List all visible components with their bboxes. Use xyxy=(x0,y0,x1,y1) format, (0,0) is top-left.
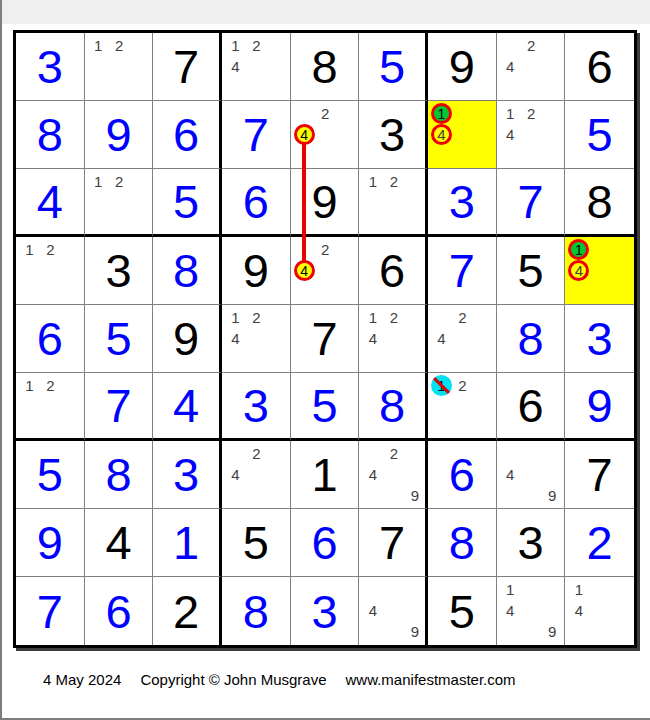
candidates: 12 xyxy=(88,171,151,234)
circled-candidate-1: 1 xyxy=(431,103,452,124)
candidate-1: 1 xyxy=(88,171,109,192)
cell-value: 4 xyxy=(16,169,84,234)
candidate-4: 4 xyxy=(225,56,246,77)
cell-r9c5[interactable]: 3 xyxy=(291,577,360,645)
cell-value: 5 xyxy=(565,101,634,168)
cell-r4c2[interactable]: 3 xyxy=(85,237,154,305)
candidates: 12 xyxy=(88,35,151,98)
cell-value: 2 xyxy=(153,577,219,645)
cell-r9c2[interactable]: 6 xyxy=(85,577,154,645)
candidate-9: 9 xyxy=(542,485,563,506)
cell-r1c6[interactable]: 5 xyxy=(359,33,428,101)
cell-value: 9 xyxy=(565,373,634,438)
cell-r3c4[interactable]: 6 xyxy=(222,169,291,237)
candidate-4: 4 xyxy=(568,600,589,621)
cell-value: 7 xyxy=(291,305,359,372)
cell-r3c8[interactable]: 7 xyxy=(497,169,566,237)
cell-value: 5 xyxy=(359,33,425,100)
cell-r5c7[interactable]: 24 xyxy=(428,305,497,373)
candidate-2: 2 xyxy=(315,103,336,124)
cell-value: 5 xyxy=(153,169,219,234)
cell-r1c3[interactable]: 7 xyxy=(153,33,222,101)
candidate-4: 4 xyxy=(500,600,521,621)
cell-r8c8[interactable]: 3 xyxy=(497,509,566,577)
cell-value: 7 xyxy=(222,101,290,168)
candidate-2: 2 xyxy=(246,443,267,464)
candidate-2: 2 xyxy=(109,171,130,192)
cell-value: 3 xyxy=(565,305,634,372)
cell-value: 8 xyxy=(16,101,84,168)
page-left-edge xyxy=(0,0,2,720)
candidate-4: 4 xyxy=(225,328,246,349)
cell-value: 6 xyxy=(565,33,634,100)
cell-r9c1[interactable]: 7 xyxy=(16,577,85,645)
cell-value: 5 xyxy=(428,577,496,645)
candidate-2: 2 xyxy=(521,103,542,124)
cell-value: 7 xyxy=(359,509,425,576)
cell-value: 8 xyxy=(222,577,290,645)
candidate-4: 4 xyxy=(431,328,452,349)
cell-r9c6[interactable]: 49 xyxy=(359,577,428,645)
cell-value: 8 xyxy=(291,33,359,100)
cell-value: 8 xyxy=(565,169,634,234)
cell-r4c1[interactable]: 12 xyxy=(16,237,85,305)
cell-value: 9 xyxy=(153,305,219,372)
cell-value: 3 xyxy=(85,237,153,304)
cell-value: 9 xyxy=(291,169,359,234)
candidate-2: 2 xyxy=(452,375,473,396)
cell-value: 6 xyxy=(16,305,84,372)
candidate-4: 4 xyxy=(500,464,521,485)
cell-value: 6 xyxy=(359,237,425,304)
candidates: 24 xyxy=(431,307,494,370)
candidate-1: 1 xyxy=(500,103,521,124)
candidate-2: 2 xyxy=(315,239,336,260)
cell-value: 9 xyxy=(222,237,290,304)
sudoku-board: 3127124859246896724341124541256912378123… xyxy=(13,30,637,648)
candidate-4: 4 xyxy=(225,464,246,485)
cell-r1c5[interactable]: 8 xyxy=(291,33,360,101)
cell-r7c4[interactable]: 24 xyxy=(222,441,291,509)
cell-r8c7[interactable]: 8 xyxy=(428,509,497,577)
eliminated-candidate-1: 1 xyxy=(431,375,452,396)
cell-value: 8 xyxy=(153,237,219,304)
cell-value: 6 xyxy=(222,169,290,234)
candidates: 24 xyxy=(500,35,563,98)
candidate-2: 2 xyxy=(246,307,267,328)
cell-value: 3 xyxy=(497,509,565,576)
cell-r4c9[interactable]: 41 xyxy=(565,237,634,305)
cell-r6c2[interactable]: 7 xyxy=(85,373,154,441)
cell-r8c9[interactable]: 2 xyxy=(565,509,634,577)
chain-line xyxy=(302,135,306,271)
cell-r5c6[interactable]: 124 xyxy=(359,305,428,373)
cell-r8c2[interactable]: 4 xyxy=(85,509,154,577)
cell-r3c5[interactable]: 9 xyxy=(291,169,360,237)
candidates: 124 xyxy=(225,35,288,98)
cell-r9c3[interactable]: 2 xyxy=(153,577,222,645)
cell-r8c4[interactable]: 5 xyxy=(222,509,291,577)
candidate-1: 1 xyxy=(225,35,246,56)
circled-candidate-4: 4 xyxy=(294,260,315,281)
cell-r7c6[interactable]: 249 xyxy=(359,441,428,509)
candidates: 124 xyxy=(362,307,425,370)
cell-r3c1[interactable]: 4 xyxy=(16,169,85,237)
cell-r9c9[interactable]: 14 xyxy=(565,577,634,645)
footer: 4 May 2024 Copyright © John Musgrave www… xyxy=(43,671,516,688)
cell-value: 7 xyxy=(153,33,219,100)
cell-r3c7[interactable]: 3 xyxy=(428,169,497,237)
candidate-2: 2 xyxy=(246,35,267,56)
cell-r1c4[interactable]: 124 xyxy=(222,33,291,101)
cell-value: 3 xyxy=(428,169,496,234)
cell-value: 3 xyxy=(291,577,359,645)
cell-r6c9[interactable]: 9 xyxy=(565,373,634,441)
cell-r3c2[interactable]: 12 xyxy=(85,169,154,237)
sudoku-grid: 3127124859246896724341124541256912378123… xyxy=(16,33,634,645)
candidate-2: 2 xyxy=(452,307,473,328)
cell-r5c9[interactable]: 3 xyxy=(565,305,634,373)
cell-r7c7[interactable]: 6 xyxy=(428,441,497,509)
cell-value: 1 xyxy=(291,441,359,508)
cell-value: 5 xyxy=(291,373,359,438)
cell-r1c2[interactable]: 12 xyxy=(85,33,154,101)
candidate-4: 4 xyxy=(362,600,383,621)
candidate-4: 4 xyxy=(362,328,383,349)
cell-r5c2[interactable]: 5 xyxy=(85,305,154,373)
cell-value: 7 xyxy=(565,441,634,508)
cell-value: 6 xyxy=(497,373,565,438)
cell-value: 7 xyxy=(428,237,496,304)
cell-value: 3 xyxy=(153,441,219,508)
cell-r4c3[interactable]: 8 xyxy=(153,237,222,305)
cell-r6c8[interactable]: 6 xyxy=(497,373,566,441)
candidates: 12 xyxy=(362,171,425,234)
cell-r5c5[interactable]: 7 xyxy=(291,305,360,373)
cell-r2c7[interactable]: 41 xyxy=(428,101,497,169)
cell-value: 7 xyxy=(85,373,153,438)
candidates: 49 xyxy=(500,443,563,506)
cell-r3c9[interactable]: 8 xyxy=(565,169,634,237)
cell-r1c7[interactable]: 9 xyxy=(428,33,497,101)
cell-value: 4 xyxy=(85,509,153,576)
cell-value: 4 xyxy=(153,373,219,438)
candidate-1: 1 xyxy=(362,171,383,192)
cell-value: 5 xyxy=(85,305,153,372)
cell-value: 6 xyxy=(153,101,219,168)
cell-r7c9[interactable]: 7 xyxy=(565,441,634,509)
candidate-1: 1 xyxy=(500,579,521,600)
cell-r7c1[interactable]: 5 xyxy=(16,441,85,509)
candidate-4: 4 xyxy=(500,124,521,145)
cell-r2c9[interactable]: 5 xyxy=(565,101,634,169)
candidate-2: 2 xyxy=(383,443,404,464)
cell-r6c6[interactable]: 8 xyxy=(359,373,428,441)
cell-r7c8[interactable]: 49 xyxy=(497,441,566,509)
cell-r6c5[interactable]: 5 xyxy=(291,373,360,441)
cell-r9c4[interactable]: 8 xyxy=(222,577,291,645)
cell-r2c1[interactable]: 8 xyxy=(16,101,85,169)
cell-r1c9[interactable]: 6 xyxy=(565,33,634,101)
candidates: 12 xyxy=(19,375,82,438)
cell-r5c3[interactable]: 9 xyxy=(153,305,222,373)
cell-value: 2 xyxy=(565,509,634,576)
cell-value: 8 xyxy=(497,305,565,372)
cell-r3c6[interactable]: 12 xyxy=(359,169,428,237)
cell-value: 9 xyxy=(16,509,84,576)
cell-r7c5[interactable]: 1 xyxy=(291,441,360,509)
candidates: 124 xyxy=(225,307,288,370)
cell-value: 7 xyxy=(16,577,84,645)
candidates: 24 xyxy=(225,443,288,506)
cell-value: 3 xyxy=(222,373,290,438)
cell-r4c7[interactable]: 7 xyxy=(428,237,497,305)
candidate-1: 1 xyxy=(225,307,246,328)
cell-r9c7[interactable]: 5 xyxy=(428,577,497,645)
candidate-2: 2 xyxy=(40,375,61,396)
cell-value: 7 xyxy=(497,169,565,234)
candidate-2: 2 xyxy=(40,239,61,260)
circled-candidate-4 xyxy=(431,124,452,145)
candidate-2: 2 xyxy=(109,35,130,56)
cell-r3c3[interactable]: 5 xyxy=(153,169,222,237)
cell-value: 8 xyxy=(85,441,153,508)
cell-r4c5[interactable]: 24 xyxy=(291,237,360,305)
cell-r5c8[interactable]: 8 xyxy=(497,305,566,373)
candidate-4: 4 xyxy=(362,464,383,485)
cell-r9c8[interactable]: 149 xyxy=(497,577,566,645)
cell-value: 9 xyxy=(85,101,153,168)
footer-date: 4 May 2024 xyxy=(43,671,121,688)
candidates: 249 xyxy=(362,443,425,506)
cell-value: 5 xyxy=(16,441,84,508)
cell-r2c2[interactable]: 9 xyxy=(85,101,154,169)
cell-r1c8[interactable]: 24 xyxy=(497,33,566,101)
candidates: 49 xyxy=(362,579,425,642)
cell-r1c1[interactable]: 3 xyxy=(16,33,85,101)
cell-r8c6[interactable]: 7 xyxy=(359,509,428,577)
candidate-9: 9 xyxy=(404,621,425,642)
cell-r7c3[interactable]: 3 xyxy=(153,441,222,509)
cell-r5c1[interactable]: 6 xyxy=(16,305,85,373)
cell-r8c3[interactable]: 1 xyxy=(153,509,222,577)
candidate-2: 2 xyxy=(521,35,542,56)
candidate-9: 9 xyxy=(542,621,563,642)
circled-candidate-4: 4 xyxy=(294,124,315,145)
cell-value: 5 xyxy=(497,237,565,304)
cell-r2c8[interactable]: 124 xyxy=(497,101,566,169)
candidate-1: 1 xyxy=(19,375,40,396)
cell-value: 3 xyxy=(16,33,84,100)
cell-r2c4[interactable]: 7 xyxy=(222,101,291,169)
cell-r4c6[interactable]: 6 xyxy=(359,237,428,305)
cell-value: 3 xyxy=(359,101,425,168)
cell-value: 9 xyxy=(428,33,496,100)
cell-value: 6 xyxy=(85,577,153,645)
cell-r2c6[interactable]: 3 xyxy=(359,101,428,169)
candidates: 124 xyxy=(500,103,563,166)
cell-r4c4[interactable]: 9 xyxy=(222,237,291,305)
candidate-2: 2 xyxy=(383,307,404,328)
cell-value: 6 xyxy=(428,441,496,508)
cell-r6c4[interactable]: 3 xyxy=(222,373,291,441)
candidate-9: 9 xyxy=(404,485,425,506)
candidates: 14 xyxy=(568,579,631,642)
cell-r8c5[interactable]: 6 xyxy=(291,509,360,577)
cell-value: 5 xyxy=(222,509,290,576)
candidate-2: 2 xyxy=(383,171,404,192)
candidate-4: 4 xyxy=(500,56,521,77)
candidate-1: 1 xyxy=(568,579,589,600)
top-band xyxy=(0,0,650,24)
candidate-1: 1 xyxy=(362,307,383,328)
candidate-1: 1 xyxy=(19,239,40,260)
cell-r2c5[interactable]: 24 xyxy=(291,101,360,169)
cell-r4c8[interactable]: 5 xyxy=(497,237,566,305)
cell-r5c4[interactable]: 124 xyxy=(222,305,291,373)
footer-copyright: Copyright © John Musgrave xyxy=(140,671,326,688)
candidates: 12 xyxy=(19,239,82,302)
footer-website: www.manifestmaster.com xyxy=(346,671,516,688)
cell-value: 8 xyxy=(428,509,496,576)
cell-r2c3[interactable]: 6 xyxy=(153,101,222,169)
cell-r6c1[interactable]: 12 xyxy=(16,373,85,441)
cell-value: 6 xyxy=(291,509,359,576)
cell-value: 8 xyxy=(359,373,425,438)
candidate-1: 1 xyxy=(88,35,109,56)
strike-line xyxy=(433,377,450,394)
cell-r7c2[interactable]: 8 xyxy=(85,441,154,509)
candidates: 149 xyxy=(500,579,563,642)
cell-r6c7[interactable]: 21 xyxy=(428,373,497,441)
cell-r6c3[interactable]: 4 xyxy=(153,373,222,441)
cell-value: 1 xyxy=(153,509,219,576)
cell-r8c1[interactable]: 9 xyxy=(16,509,85,577)
